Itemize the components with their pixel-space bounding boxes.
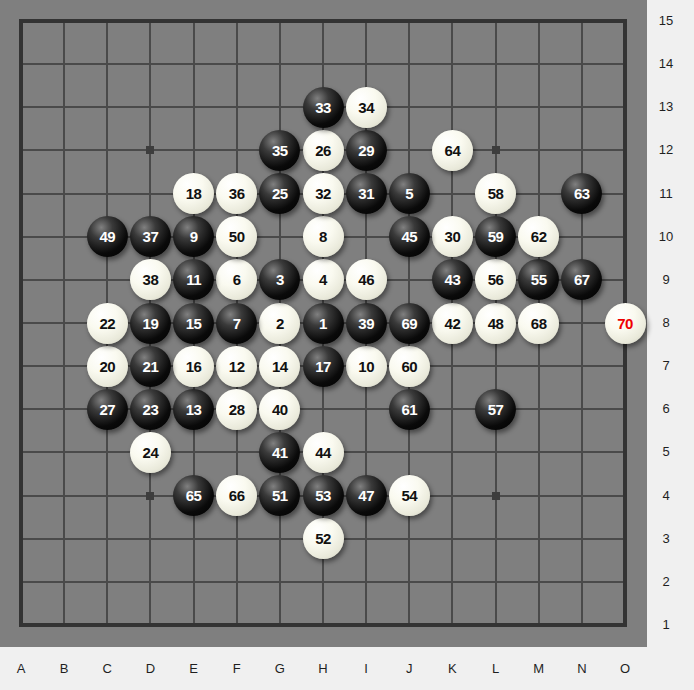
stone-52-h3: 52 [303,518,344,559]
stone-28-f6: 28 [216,389,257,430]
stone-number: 37 [143,229,159,244]
stone-2-g8: 2 [259,303,300,344]
stone-number: 12 [229,359,245,374]
stone-43-k9: 43 [432,259,473,300]
stone-46-i9: 46 [346,259,387,300]
stone-number: 4 [319,272,327,287]
stone-number: 27 [99,402,115,417]
stone-70-o8: 70 [605,303,646,344]
stone-26-h12: 26 [303,130,344,171]
stone-number: 63 [574,186,590,201]
stone-number: 39 [358,316,374,331]
stone-64-k12: 64 [432,130,473,171]
col-label-l: L [481,647,511,690]
row-label-2: 2 [647,568,685,596]
col-label-c: C [92,647,122,690]
stone-number: 44 [315,445,331,460]
stone-number: 25 [272,186,288,201]
stone-number: 35 [272,143,288,158]
stone-number: 42 [445,316,461,331]
stone-number: 28 [229,402,245,417]
stone-number: 36 [229,186,245,201]
stone-number: 49 [99,229,115,244]
row-label-6: 6 [647,395,685,423]
stone-number: 68 [531,316,547,331]
stone-number: 20 [99,359,115,374]
col-label-i: I [351,647,381,690]
stone-37-d10: 37 [130,216,171,257]
row-label-13: 13 [647,93,685,121]
stone-59-l10: 59 [475,216,516,257]
stone-57-l6: 57 [475,389,516,430]
row-label-9: 9 [647,266,685,294]
stone-32-h11: 32 [303,173,344,214]
stone-69-j8: 69 [389,303,430,344]
col-label-n: N [567,647,597,690]
stone-17-h7: 17 [303,346,344,387]
stone-39-i8: 39 [346,303,387,344]
stone-number: 11 [186,272,201,287]
stone-number: 15 [186,316,202,331]
stone-number: 67 [574,272,590,287]
stone-number: 32 [315,186,331,201]
stone-number: 52 [315,531,331,546]
stone-number: 56 [488,272,504,287]
row-label-11: 11 [647,180,685,208]
stone-number: 13 [186,402,202,417]
star-point-d4 [146,492,154,500]
stone-31-i11: 31 [346,173,387,214]
stone-number: 7 [233,316,241,331]
stone-15-e8: 15 [173,303,214,344]
col-label-j: J [394,647,424,690]
gomoku-board[interactable]: 1234567891011121314151617181920212223242… [0,0,647,647]
stone-number: 2 [276,316,284,331]
stone-number: 55 [531,272,547,287]
stone-number: 46 [358,272,374,287]
stone-13-e6: 13 [173,389,214,430]
col-label-e: E [179,647,209,690]
stone-60-j7: 60 [389,346,430,387]
stone-number: 18 [186,186,202,201]
col-label-b: B [49,647,79,690]
gomoku-app: 1234567891011121314151617181920212223242… [0,0,694,690]
row-label-1: 1 [647,611,685,639]
row-label-3: 3 [647,525,685,553]
stone-number: 30 [445,229,461,244]
stone-number: 58 [488,186,504,201]
stone-number: 54 [401,488,417,503]
stone-number: 51 [272,488,288,503]
stone-number: 8 [319,229,327,244]
stone-number: 43 [445,272,461,287]
row-label-15: 15 [647,7,685,35]
stone-number: 53 [315,488,331,503]
stone-66-f4: 66 [216,475,257,516]
col-label-m: M [524,647,554,690]
stone-number: 40 [272,402,288,417]
stone-18-e11: 18 [173,173,214,214]
stone-48-l8: 48 [475,303,516,344]
stone-number: 57 [488,402,504,417]
row-label-4: 4 [647,482,685,510]
stone-10-i7: 10 [346,346,387,387]
stone-number: 59 [488,229,504,244]
stone-12-f7: 12 [216,346,257,387]
star-point-d12 [146,146,154,154]
stone-27-c6: 27 [87,389,128,430]
stone-16-e7: 16 [173,346,214,387]
col-label-a: A [6,647,36,690]
stone-58-l11: 58 [475,173,516,214]
stone-number: 16 [186,359,202,374]
stone-34-i13: 34 [346,87,387,128]
stone-number: 21 [143,359,159,374]
stone-41-g5: 41 [259,432,300,473]
stone-number: 62 [531,229,547,244]
star-point-l12 [492,146,500,154]
col-label-f: F [222,647,252,690]
stone-number: 22 [99,316,115,331]
row-label-14: 14 [647,50,685,78]
stone-number: 19 [143,316,159,331]
stone-19-d8: 19 [130,303,171,344]
stone-number: 70 [617,316,633,331]
row-label-10: 10 [647,223,685,251]
col-label-h: H [308,647,338,690]
stone-number: 26 [315,143,331,158]
stone-8-h10: 8 [303,216,344,257]
stone-54-j4: 54 [389,475,430,516]
stone-number: 33 [315,100,331,115]
stone-number: 61 [401,402,417,417]
stone-7-f8: 7 [216,303,257,344]
stone-number: 66 [229,488,245,503]
stone-23-d6: 23 [130,389,171,430]
row-label-12: 12 [647,136,685,164]
stone-number: 9 [190,229,198,244]
stone-47-i4: 47 [346,475,387,516]
stone-number: 5 [405,186,413,201]
col-label-d: D [135,647,165,690]
stone-number: 29 [358,143,374,158]
stone-21-d7: 21 [130,346,171,387]
stone-33-h13: 33 [303,87,344,128]
stone-30-k10: 30 [432,216,473,257]
stone-5-j11: 5 [389,173,430,214]
stone-40-g6: 40 [259,389,300,430]
stone-number: 10 [358,359,374,374]
row-label-7: 7 [647,352,685,380]
stone-number: 64 [445,143,461,158]
stone-61-j6: 61 [389,389,430,430]
row-label-8: 8 [647,309,685,337]
col-label-k: K [437,647,467,690]
stone-number: 23 [143,402,159,417]
stone-49-c10: 49 [87,216,128,257]
stone-number: 17 [315,359,331,374]
stone-1-h8: 1 [303,303,344,344]
stone-number: 14 [272,359,288,374]
stone-4-h9: 4 [303,259,344,300]
col-label-g: G [265,647,295,690]
stone-14-g7: 14 [259,346,300,387]
stone-number: 34 [358,100,374,115]
stone-number: 3 [276,272,284,287]
stone-number: 24 [143,445,159,460]
stone-65-e4: 65 [173,475,214,516]
stone-number: 1 [319,316,327,331]
stone-68-m8: 68 [518,303,559,344]
stone-number: 65 [186,488,202,503]
stone-35-g12: 35 [259,130,300,171]
stone-number: 47 [358,488,374,503]
star-point-l4 [492,492,500,500]
stone-36-f11: 36 [216,173,257,214]
stone-number: 69 [401,316,417,331]
stone-number: 38 [143,272,159,287]
stone-44-h5: 44 [303,432,344,473]
stone-number: 6 [233,272,241,287]
row-label-5: 5 [647,438,685,466]
col-label-o: O [610,647,640,690]
stone-22-c8: 22 [87,303,128,344]
stone-number: 45 [401,229,417,244]
stone-number: 31 [358,186,374,201]
stone-number: 60 [401,359,417,374]
stone-53-h4: 53 [303,475,344,516]
stone-42-k8: 42 [432,303,473,344]
stone-29-i12: 29 [346,130,387,171]
stone-45-j10: 45 [389,216,430,257]
stone-number: 41 [272,445,288,460]
stone-number: 50 [229,229,245,244]
stone-number: 48 [488,316,504,331]
stone-20-c7: 20 [87,346,128,387]
stone-9-e10: 9 [173,216,214,257]
stone-38-d9: 38 [130,259,171,300]
stone-24-d5: 24 [130,432,171,473]
